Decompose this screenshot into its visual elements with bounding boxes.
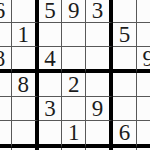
cell-r5c5[interactable] [62,97,86,121]
given-digit: 5 [44,0,56,22]
cell-r5c8[interactable] [137,97,150,121]
cell-r3c7[interactable] [113,47,137,74]
cell-r6c3[interactable] [12,121,39,148]
cell-r5c3[interactable] [12,97,39,121]
given-digit: 1 [17,23,29,46]
cell-r5c7[interactable] [113,97,137,121]
cell-r4c5[interactable]: 2 [62,73,86,97]
cell-r1c6[interactable]: 3 [86,0,113,23]
cell-r3c6[interactable] [86,47,113,74]
cell-r1c8[interactable] [137,0,150,23]
cell-r7c7[interactable] [113,148,137,150]
cell-r7c8[interactable] [137,148,150,150]
given-digit: 2 [68,73,80,96]
given-digit: 5 [119,23,131,46]
cell-r7c3[interactable] [12,148,39,150]
cell-r6c4[interactable] [39,121,63,148]
cell-r2c3[interactable]: 1 [12,23,39,47]
cell-r2c7[interactable]: 5 [113,23,137,47]
given-digit: 8 [0,47,5,70]
cell-r4c4[interactable] [39,73,63,97]
cell-r6c2[interactable] [0,121,12,148]
cell-r1c2[interactable]: 6 [0,0,12,23]
cell-r4c2[interactable] [0,73,12,97]
cell-r4c7[interactable] [113,73,137,97]
cell-r1c7[interactable] [113,0,137,23]
cell-r3c4[interactable]: 4 [39,47,63,74]
cell-r7c4[interactable] [39,148,63,150]
cell-r1c5[interactable]: 9 [62,0,86,23]
given-digit: 8 [17,73,29,96]
cell-r7c2[interactable] [0,148,12,150]
given-digit: 9 [92,97,104,120]
cell-r4c6[interactable] [86,73,113,97]
cell-r3c3[interactable] [12,47,39,74]
cell-r3c5[interactable] [62,47,86,74]
cell-r3c2[interactable]: 8 [0,47,12,74]
cell-r6c5[interactable]: 1 [62,121,86,148]
cell-r1c4[interactable]: 5 [39,0,63,23]
cell-r6c6[interactable] [86,121,113,148]
given-digit: 4 [44,47,56,70]
cell-r6c7[interactable]: 6 [113,121,137,148]
cell-r4c3[interactable]: 8 [12,73,39,97]
given-digit: 6 [0,0,5,22]
sudoku-crop-viewport: 659315849823916 [0,0,150,150]
cell-r5c4[interactable]: 3 [39,97,63,121]
cell-r6c8[interactable] [137,121,150,148]
given-digit: 9 [68,0,80,22]
cell-r5c6[interactable]: 9 [86,97,113,121]
given-digit: 6 [119,121,131,144]
cell-r4c8[interactable] [137,73,150,97]
sudoku-board: 659315849823916 [0,0,150,150]
cell-r7c5[interactable] [62,148,86,150]
given-digit: 3 [92,0,104,22]
cell-r2c4[interactable] [39,23,63,47]
cell-r2c2[interactable] [0,23,12,47]
cell-r2c6[interactable] [86,23,113,47]
cell-r2c5[interactable] [62,23,86,47]
cell-r7c6[interactable] [86,148,113,150]
cell-r3c8[interactable]: 9 [137,47,150,74]
given-digit: 9 [142,47,150,70]
cell-r5c2[interactable] [0,97,12,121]
cell-r1c3[interactable] [12,0,39,23]
given-digit: 1 [68,121,80,144]
given-digit: 3 [44,97,56,120]
cell-r2c8[interactable] [137,23,150,47]
